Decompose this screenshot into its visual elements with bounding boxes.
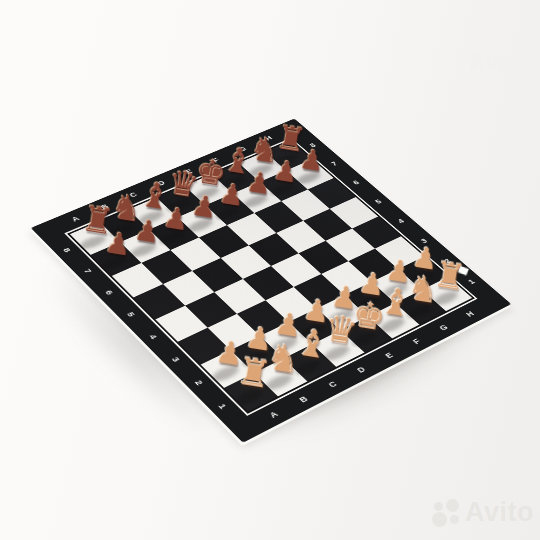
watermark-avito-text: Avito (465, 497, 534, 528)
piece-white-rook-a1: ♜ (232, 349, 276, 395)
chess-board: ABCDEFGHABCDEFGH8765432187654321 ♜♞♝♛♚♝♞… (31, 119, 512, 443)
watermark-avito: Avito (432, 497, 534, 528)
piece-black-pawn-a7: ♟ (98, 218, 140, 262)
watermark-avito-faint: Avito (468, 48, 530, 76)
avito-logo-icon (432, 499, 462, 527)
price-sticker (458, 266, 469, 276)
product-photo: ABCDEFGHABCDEFGH8765432187654321 ♜♞♝♛♚♝♞… (0, 0, 540, 540)
